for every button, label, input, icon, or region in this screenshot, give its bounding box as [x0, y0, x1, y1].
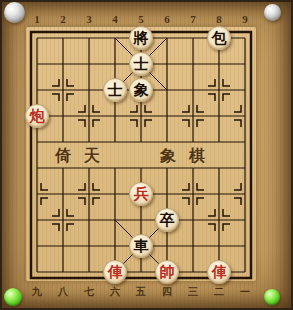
file-label-bottom-1: 九 — [24, 285, 50, 299]
file-label-top-4: 4 — [102, 13, 128, 25]
piece-red-炮[interactable]: 炮 — [25, 104, 49, 128]
file-label-top-5: 5 — [128, 13, 154, 25]
file-label-bottom-6: 四 — [154, 285, 180, 299]
green-ball-button-bottom-right[interactable] — [264, 289, 280, 305]
piece-black-士[interactable]: 士 — [103, 78, 127, 102]
piece-black-將[interactable]: 將 — [129, 26, 153, 50]
piece-black-士[interactable]: 士 — [129, 52, 153, 76]
file-label-top-9: 9 — [232, 13, 258, 25]
file-label-bottom-2: 八 — [50, 285, 76, 299]
file-label-top-6: 6 — [154, 13, 180, 25]
file-label-top-2: 2 — [50, 13, 76, 25]
file-label-bottom-9: 一 — [232, 285, 258, 299]
silver-ball-button-top-right[interactable] — [264, 4, 281, 21]
xiangqi-board: 倚天 象棋 將包士士象炮兵卒車俥帥俥 — [24, 25, 258, 285]
file-label-top-1: 1 — [24, 13, 50, 25]
piece-red-帥[interactable]: 帥 — [155, 260, 179, 284]
piece-grid: 將包士士象炮兵卒車俥帥俥 — [24, 25, 258, 285]
file-label-bottom-4: 六 — [102, 285, 128, 299]
piece-black-車[interactable]: 車 — [129, 234, 153, 258]
piece-red-俥[interactable]: 俥 — [103, 260, 127, 284]
file-label-bottom-5: 五 — [128, 285, 154, 299]
green-ball-button-bottom-left[interactable] — [4, 288, 22, 306]
xiangqi-app-window: 123456789 倚天 象棋 將包士士象炮兵卒車俥帥俥 九八七六五四三二一 — [0, 0, 293, 310]
piece-black-卒[interactable]: 卒 — [155, 208, 179, 232]
file-label-bottom-8: 二 — [206, 285, 232, 299]
piece-red-俥[interactable]: 俥 — [207, 260, 231, 284]
file-label-bottom-3: 七 — [76, 285, 102, 299]
piece-black-包[interactable]: 包 — [207, 26, 231, 50]
file-label-top-3: 3 — [76, 13, 102, 25]
bottom-file-labels: 九八七六五四三二一 — [24, 285, 258, 299]
piece-red-兵[interactable]: 兵 — [129, 182, 153, 206]
piece-black-象[interactable]: 象 — [129, 78, 153, 102]
silver-ball-button-top-left[interactable] — [4, 2, 25, 23]
file-label-top-7: 7 — [180, 13, 206, 25]
file-label-bottom-7: 三 — [180, 285, 206, 299]
file-label-top-8: 8 — [206, 13, 232, 25]
